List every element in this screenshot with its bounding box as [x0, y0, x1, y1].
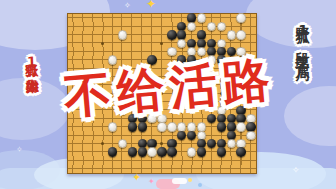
- board-intersection: [207, 22, 217, 30]
- board-intersection: [88, 39, 98, 47]
- board-intersection: [187, 22, 197, 30]
- board-intersection: [187, 31, 197, 39]
- black-stone: [138, 147, 147, 156]
- board-intersection: [88, 131, 98, 139]
- board-intersection: [137, 22, 147, 30]
- board-intersection: [117, 14, 127, 22]
- board-intersection: [108, 31, 118, 39]
- board-intersection: [207, 123, 217, 131]
- board-intersection: [177, 123, 187, 131]
- board-intersection: [127, 148, 137, 156]
- board-intersection: [68, 47, 78, 55]
- board-intersection: [236, 123, 246, 131]
- right-caption: 野狐1段第二十八局: [294, 16, 312, 59]
- cloud: [246, 0, 336, 48]
- board-intersection: [98, 39, 108, 47]
- board-intersection: [88, 148, 98, 156]
- board-intersection: [246, 131, 256, 139]
- board-intersection: [68, 131, 78, 139]
- board-intersection: [98, 148, 108, 156]
- board-intersection: [187, 156, 197, 164]
- board-intersection: [226, 14, 236, 22]
- black-stone: [128, 147, 137, 156]
- black-stone: [128, 122, 137, 131]
- board-intersection: [78, 140, 88, 148]
- board-intersection: [147, 148, 157, 156]
- board-intersection: [207, 165, 217, 173]
- board-intersection: [177, 140, 187, 148]
- board-intersection: [98, 22, 108, 30]
- board-intersection: [98, 131, 108, 139]
- board-intersection: [127, 22, 137, 30]
- board-intersection: [197, 123, 207, 131]
- board-intersection: [127, 131, 137, 139]
- board-intersection: [98, 31, 108, 39]
- board-intersection: [108, 22, 118, 30]
- board-intersection: [108, 14, 118, 22]
- star-icon: ✦: [132, 172, 141, 183]
- white-stone: [236, 13, 245, 22]
- board-intersection: [246, 140, 256, 148]
- board-intersection: [78, 156, 88, 164]
- board-intersection: [246, 31, 256, 39]
- board-intersection: [68, 56, 78, 64]
- white-stone: [197, 13, 206, 22]
- board-intersection: [207, 156, 217, 164]
- board-intersection: [177, 31, 187, 39]
- board-intersection: [108, 123, 118, 131]
- board-intersection: [127, 31, 137, 39]
- board-intersection: [88, 14, 98, 22]
- board-intersection: [137, 47, 147, 55]
- board-intersection: [157, 123, 167, 131]
- board-intersection: [88, 47, 98, 55]
- board-intersection: [197, 148, 207, 156]
- board-intersection: [177, 148, 187, 156]
- white-stone: [227, 30, 236, 39]
- board-intersection: [127, 39, 137, 47]
- cloud: [284, 86, 336, 146]
- board-intersection: [117, 39, 127, 47]
- board-intersection: [98, 47, 108, 55]
- board-intersection: [197, 47, 207, 55]
- left-caption: 野狐1段力大如牛: [22, 54, 41, 70]
- board-intersection: [236, 148, 246, 156]
- board-intersection: [246, 14, 256, 22]
- board-intersection: [117, 165, 127, 173]
- board-intersection: [147, 31, 157, 39]
- black-stone: [157, 147, 166, 156]
- board-intersection: [98, 56, 108, 64]
- board-intersection: [216, 31, 226, 39]
- white-stone: [147, 147, 156, 156]
- board-intersection: [236, 165, 246, 173]
- board-intersection: [157, 131, 167, 139]
- board-intersection: [216, 165, 226, 173]
- board-intersection: [88, 140, 98, 148]
- board-intersection: [127, 123, 137, 131]
- board-intersection: [167, 165, 177, 173]
- board-intersection: [216, 123, 226, 131]
- board-intersection: [167, 31, 177, 39]
- board-intersection: [108, 156, 118, 164]
- board-intersection: [147, 156, 157, 164]
- board-intersection: [187, 148, 197, 156]
- white-stone: [108, 122, 117, 131]
- board-intersection: [197, 31, 207, 39]
- board-intersection: [68, 165, 78, 173]
- board-intersection: [197, 14, 207, 22]
- board-intersection: [177, 131, 187, 139]
- white-stone: [187, 147, 196, 156]
- board-intersection: [117, 31, 127, 39]
- board-intersection: [167, 123, 177, 131]
- board-intersection: [216, 22, 226, 30]
- board-intersection: [167, 156, 177, 164]
- board-intersection: [108, 148, 118, 156]
- board-intersection: [88, 165, 98, 173]
- board-intersection: [187, 165, 197, 173]
- board-intersection: [207, 140, 217, 148]
- board-intersection: [147, 14, 157, 22]
- board-intersection: [157, 39, 167, 47]
- black-stone: [138, 122, 147, 131]
- board-intersection: [117, 156, 127, 164]
- board-intersection: [88, 22, 98, 30]
- board-intersection: [137, 14, 147, 22]
- board-intersection: [88, 56, 98, 64]
- board-intersection: [78, 22, 88, 30]
- black-stone: [108, 147, 117, 156]
- board-intersection: [78, 14, 88, 22]
- board-intersection: [127, 156, 137, 164]
- board-intersection: [157, 22, 167, 30]
- board-intersection: [108, 131, 118, 139]
- board-intersection: [68, 22, 78, 30]
- board-intersection: [108, 39, 118, 47]
- sparkle-icon: ✧: [292, 166, 300, 175]
- board-intersection: [88, 31, 98, 39]
- yellow-dot: [188, 178, 192, 182]
- black-stone: [197, 147, 206, 156]
- board-intersection: [226, 31, 236, 39]
- board-intersection: [246, 39, 256, 47]
- board-intersection: [157, 156, 167, 164]
- board-intersection: [147, 123, 157, 131]
- board-intersection: [167, 14, 177, 22]
- board-intersection: [78, 47, 88, 55]
- board-intersection: [68, 39, 78, 47]
- white-stone: [118, 30, 127, 39]
- board-intersection: [177, 156, 187, 164]
- board-intersection: [78, 148, 88, 156]
- black-stone: [167, 147, 176, 156]
- board-intersection: [187, 131, 197, 139]
- board-intersection: [246, 165, 256, 173]
- sparkle-icon: ✧: [124, 2, 131, 10]
- star-icon: ✦: [146, 0, 156, 10]
- sparkle-icon: ✧: [16, 146, 23, 154]
- board-intersection: [197, 165, 207, 173]
- board-intersection: [108, 56, 118, 64]
- board-intersection: [226, 156, 236, 164]
- white-stone: [108, 55, 117, 64]
- board-intersection: [207, 148, 217, 156]
- board-intersection: [157, 14, 167, 22]
- board-intersection: [68, 31, 78, 39]
- board-intersection: [78, 165, 88, 173]
- board-intersection: [78, 31, 88, 39]
- board-intersection: [157, 31, 167, 39]
- board-intersection: [187, 123, 197, 131]
- board-intersection: [117, 140, 127, 148]
- blue-dot: [198, 183, 202, 187]
- white-crescent: [172, 178, 187, 184]
- board-intersection: [246, 156, 256, 164]
- board-intersection: [216, 148, 226, 156]
- board-intersection: [137, 31, 147, 39]
- star-icon: ✦: [148, 178, 155, 186]
- black-stone: [167, 30, 176, 39]
- white-stone: [157, 122, 166, 131]
- black-stone: [217, 147, 226, 156]
- board-intersection: [236, 14, 246, 22]
- board-intersection: [98, 14, 108, 22]
- board-intersection: [167, 47, 177, 55]
- black-stone: [236, 147, 245, 156]
- board-intersection: [78, 131, 88, 139]
- white-stone: [167, 122, 176, 131]
- board-intersection: [246, 22, 256, 30]
- board-intersection: [147, 22, 157, 30]
- board-intersection: [197, 156, 207, 164]
- board-intersection: [207, 114, 217, 122]
- black-stone: [217, 122, 226, 131]
- board-intersection: [137, 148, 147, 156]
- board-intersection: [78, 56, 88, 64]
- board-intersection: [117, 148, 127, 156]
- board-intersection: [117, 47, 127, 55]
- board-intersection: [157, 47, 167, 55]
- board-intersection: [157, 148, 167, 156]
- board-intersection: [226, 140, 236, 148]
- white-stone: [167, 47, 176, 56]
- board-intersection: [207, 31, 217, 39]
- board-intersection: [137, 123, 147, 131]
- white-stone: [236, 30, 245, 39]
- board-intersection: [246, 123, 256, 131]
- board-intersection: [117, 123, 127, 131]
- board-intersection: [246, 148, 256, 156]
- white-stone: [236, 122, 245, 131]
- board-intersection: [216, 156, 226, 164]
- board-intersection: [226, 123, 236, 131]
- white-stone: [246, 131, 255, 140]
- board-intersection: [147, 165, 157, 173]
- board-intersection: [98, 156, 108, 164]
- board-intersection: [68, 14, 78, 22]
- board-intersection: [68, 140, 78, 148]
- board-intersection: [157, 165, 167, 173]
- board-intersection: [108, 165, 118, 173]
- board-intersection: [98, 165, 108, 173]
- board-intersection: [177, 39, 187, 47]
- board-intersection: [167, 148, 177, 156]
- board-intersection: [127, 47, 137, 55]
- board-intersection: [68, 156, 78, 164]
- board-intersection: [226, 148, 236, 156]
- board-intersection: [78, 39, 88, 47]
- board-intersection: [127, 14, 137, 22]
- board-intersection: [147, 39, 157, 47]
- board-intersection: [88, 156, 98, 164]
- board-intersection: [236, 31, 246, 39]
- board-intersection: [137, 156, 147, 164]
- board-intersection: [68, 148, 78, 156]
- board-intersection: [137, 39, 147, 47]
- board-intersection: [98, 140, 108, 148]
- board-intersection: [236, 156, 246, 164]
- board-intersection: [226, 165, 236, 173]
- board-intersection: [177, 165, 187, 173]
